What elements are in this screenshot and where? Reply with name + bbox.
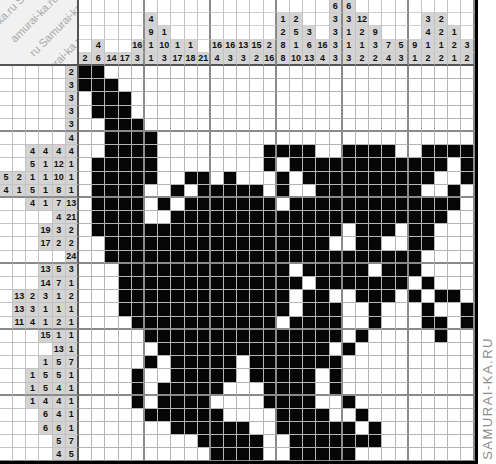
cell-filled[interactable]	[290, 277, 303, 290]
cell-filled[interactable]	[343, 448, 356, 461]
cell-empty[interactable]	[119, 422, 132, 435]
cell-filled[interactable]	[343, 264, 356, 277]
cell-filled[interactable]	[145, 277, 158, 290]
cell-filled[interactable]	[237, 211, 250, 224]
cell-empty[interactable]	[211, 158, 224, 171]
cell-empty[interactable]	[448, 409, 461, 422]
cell-empty[interactable]	[105, 264, 118, 277]
cell-empty[interactable]	[145, 396, 158, 409]
cell-filled[interactable]	[171, 290, 184, 303]
cell-filled[interactable]	[330, 224, 343, 237]
cell-filled[interactable]	[277, 303, 290, 316]
cell-filled[interactable]	[237, 185, 250, 198]
cell-empty[interactable]	[409, 106, 422, 119]
cell-filled[interactable]	[277, 343, 290, 356]
cell-filled[interactable]	[211, 277, 224, 290]
cell-filled[interactable]	[435, 158, 448, 171]
cell-empty[interactable]	[224, 409, 237, 422]
cell-empty[interactable]	[198, 92, 211, 105]
cell-empty[interactable]	[158, 448, 171, 461]
cell-empty[interactable]	[224, 158, 237, 171]
cell-filled[interactable]	[316, 317, 329, 330]
cell-empty[interactable]	[330, 119, 343, 132]
cell-empty[interactable]	[409, 132, 422, 145]
cell-filled[interactable]	[277, 211, 290, 224]
cell-filled[interactable]	[171, 264, 184, 277]
cell-filled[interactable]	[132, 303, 145, 316]
cell-filled[interactable]	[396, 185, 409, 198]
cell-filled[interactable]	[303, 356, 316, 369]
cell-filled[interactable]	[92, 92, 105, 105]
cell-filled[interactable]	[290, 251, 303, 264]
cell-empty[interactable]	[79, 330, 92, 343]
cell-empty[interactable]	[448, 132, 461, 145]
cell-empty[interactable]	[79, 422, 92, 435]
cell-empty[interactable]	[119, 330, 132, 343]
cell-empty[interactable]	[264, 92, 277, 105]
cell-empty[interactable]	[250, 172, 263, 185]
cell-filled[interactable]	[448, 145, 461, 158]
cell-filled[interactable]	[316, 198, 329, 211]
cell-empty[interactable]	[119, 79, 132, 92]
cell-filled[interactable]	[369, 317, 382, 330]
cell-filled[interactable]	[211, 422, 224, 435]
cell-filled[interactable]	[330, 277, 343, 290]
cell-filled[interactable]	[237, 448, 250, 461]
cell-empty[interactable]	[224, 92, 237, 105]
cell-empty[interactable]	[158, 158, 171, 171]
cell-filled[interactable]	[435, 330, 448, 343]
cell-filled[interactable]	[422, 172, 435, 185]
cell-filled[interactable]	[461, 172, 474, 185]
cell-filled[interactable]	[303, 211, 316, 224]
cell-filled[interactable]	[316, 343, 329, 356]
cell-filled[interactable]	[119, 132, 132, 145]
cell-empty[interactable]	[382, 356, 395, 369]
cell-filled[interactable]	[343, 396, 356, 409]
cell-empty[interactable]	[79, 172, 92, 185]
cell-filled[interactable]	[105, 185, 118, 198]
cell-filled[interactable]	[330, 303, 343, 316]
cell-empty[interactable]	[105, 290, 118, 303]
cell-empty[interactable]	[448, 422, 461, 435]
cell-empty[interactable]	[435, 251, 448, 264]
cell-empty[interactable]	[290, 132, 303, 145]
cell-empty[interactable]	[105, 303, 118, 316]
cell-filled[interactable]	[369, 185, 382, 198]
cell-empty[interactable]	[396, 422, 409, 435]
cell-empty[interactable]	[303, 277, 316, 290]
cell-filled[interactable]	[211, 185, 224, 198]
cell-filled[interactable]	[343, 211, 356, 224]
cell-filled[interactable]	[461, 145, 474, 158]
cell-empty[interactable]	[250, 79, 263, 92]
cell-filled[interactable]	[119, 92, 132, 105]
cell-empty[interactable]	[461, 356, 474, 369]
cell-filled[interactable]	[316, 251, 329, 264]
cell-filled[interactable]	[330, 448, 343, 461]
cell-filled[interactable]	[171, 185, 184, 198]
cell-empty[interactable]	[79, 448, 92, 461]
cell-filled[interactable]	[264, 317, 277, 330]
cell-filled[interactable]	[158, 264, 171, 277]
cell-empty[interactable]	[396, 132, 409, 145]
cell-empty[interactable]	[396, 79, 409, 92]
cell-empty[interactable]	[158, 435, 171, 448]
cell-filled[interactable]	[119, 119, 132, 132]
cell-empty[interactable]	[211, 119, 224, 132]
cell-filled[interactable]	[303, 172, 316, 185]
cell-filled[interactable]	[105, 119, 118, 132]
cell-empty[interactable]	[343, 106, 356, 119]
cell-filled[interactable]	[171, 422, 184, 435]
cell-empty[interactable]	[92, 330, 105, 343]
cell-empty[interactable]	[105, 396, 118, 409]
cell-empty[interactable]	[396, 303, 409, 316]
cell-filled[interactable]	[330, 356, 343, 369]
cell-empty[interactable]	[303, 132, 316, 145]
cell-filled[interactable]	[132, 264, 145, 277]
cell-filled[interactable]	[250, 198, 263, 211]
cell-empty[interactable]	[356, 106, 369, 119]
cell-empty[interactable]	[422, 356, 435, 369]
cell-filled[interactable]	[132, 383, 145, 396]
cell-filled[interactable]	[330, 317, 343, 330]
cell-filled[interactable]	[461, 158, 474, 171]
cell-filled[interactable]	[356, 264, 369, 277]
cell-filled[interactable]	[316, 290, 329, 303]
cell-filled[interactable]	[185, 356, 198, 369]
cell-filled[interactable]	[224, 343, 237, 356]
cell-empty[interactable]	[382, 132, 395, 145]
cell-filled[interactable]	[382, 158, 395, 171]
cell-empty[interactable]	[158, 369, 171, 382]
cell-filled[interactable]	[316, 158, 329, 171]
cell-empty[interactable]	[409, 383, 422, 396]
cell-filled[interactable]	[369, 211, 382, 224]
cell-empty[interactable]	[422, 409, 435, 422]
cell-empty[interactable]	[92, 277, 105, 290]
cell-empty[interactable]	[382, 383, 395, 396]
cell-filled[interactable]	[250, 185, 263, 198]
cell-empty[interactable]	[92, 145, 105, 158]
cell-filled[interactable]	[224, 290, 237, 303]
cell-filled[interactable]	[158, 396, 171, 409]
cell-empty[interactable]	[343, 66, 356, 79]
cell-filled[interactable]	[422, 211, 435, 224]
cell-empty[interactable]	[132, 356, 145, 369]
cell-empty[interactable]	[145, 66, 158, 79]
cell-filled[interactable]	[119, 185, 132, 198]
cell-empty[interactable]	[132, 343, 145, 356]
cell-empty[interactable]	[369, 409, 382, 422]
cell-filled[interactable]	[145, 330, 158, 343]
cell-empty[interactable]	[422, 343, 435, 356]
cell-empty[interactable]	[303, 119, 316, 132]
cell-empty[interactable]	[382, 237, 395, 250]
cell-filled[interactable]	[198, 224, 211, 237]
cell-filled[interactable]	[396, 172, 409, 185]
cell-empty[interactable]	[277, 92, 290, 105]
cell-filled[interactable]	[422, 317, 435, 330]
cell-empty[interactable]	[158, 211, 171, 224]
cell-empty[interactable]	[237, 158, 250, 171]
cell-empty[interactable]	[290, 185, 303, 198]
cell-empty[interactable]	[435, 422, 448, 435]
cell-filled[interactable]	[185, 290, 198, 303]
cell-empty[interactable]	[171, 158, 184, 171]
cell-empty[interactable]	[422, 79, 435, 92]
cell-filled[interactable]	[290, 330, 303, 343]
cell-filled[interactable]	[171, 383, 184, 396]
cell-empty[interactable]	[79, 251, 92, 264]
cell-filled[interactable]	[211, 290, 224, 303]
cell-filled[interactable]	[316, 185, 329, 198]
cell-empty[interactable]	[145, 211, 158, 224]
cell-filled[interactable]	[185, 343, 198, 356]
cell-filled[interactable]	[316, 224, 329, 237]
cell-filled[interactable]	[158, 237, 171, 250]
cell-filled[interactable]	[382, 198, 395, 211]
cell-filled[interactable]	[92, 224, 105, 237]
cell-filled[interactable]	[92, 66, 105, 79]
cell-filled[interactable]	[303, 145, 316, 158]
cell-filled[interactable]	[211, 409, 224, 422]
cell-filled[interactable]	[277, 237, 290, 250]
cell-empty[interactable]	[79, 396, 92, 409]
cell-empty[interactable]	[92, 303, 105, 316]
cell-empty[interactable]	[448, 383, 461, 396]
cell-filled[interactable]	[250, 251, 263, 264]
cell-empty[interactable]	[171, 145, 184, 158]
cell-empty[interactable]	[448, 303, 461, 316]
cell-empty[interactable]	[422, 396, 435, 409]
cell-filled[interactable]	[79, 79, 92, 92]
cell-filled[interactable]	[264, 198, 277, 211]
cell-empty[interactable]	[316, 132, 329, 145]
cell-filled[interactable]	[264, 369, 277, 382]
cell-empty[interactable]	[171, 106, 184, 119]
cell-filled[interactable]	[119, 145, 132, 158]
cell-empty[interactable]	[448, 330, 461, 343]
cell-empty[interactable]	[435, 435, 448, 448]
cell-empty[interactable]	[461, 290, 474, 303]
cell-filled[interactable]	[105, 237, 118, 250]
cell-empty[interactable]	[461, 132, 474, 145]
cell-filled[interactable]	[211, 251, 224, 264]
cell-filled[interactable]	[250, 356, 263, 369]
cell-empty[interactable]	[277, 79, 290, 92]
cell-empty[interactable]	[448, 92, 461, 105]
cell-empty[interactable]	[448, 251, 461, 264]
cell-filled[interactable]	[185, 409, 198, 422]
cell-filled[interactable]	[132, 119, 145, 132]
cell-empty[interactable]	[356, 356, 369, 369]
cell-filled[interactable]	[198, 264, 211, 277]
cell-empty[interactable]	[290, 303, 303, 316]
cell-empty[interactable]	[119, 66, 132, 79]
cell-empty[interactable]	[105, 356, 118, 369]
cell-empty[interactable]	[79, 343, 92, 356]
cell-empty[interactable]	[237, 409, 250, 422]
cell-empty[interactable]	[461, 277, 474, 290]
cell-empty[interactable]	[198, 448, 211, 461]
cell-empty[interactable]	[435, 172, 448, 185]
cell-empty[interactable]	[343, 383, 356, 396]
cell-empty[interactable]	[92, 237, 105, 250]
cell-filled[interactable]	[382, 251, 395, 264]
cell-filled[interactable]	[422, 277, 435, 290]
cell-filled[interactable]	[277, 290, 290, 303]
cell-filled[interactable]	[264, 396, 277, 409]
cell-filled[interactable]	[211, 369, 224, 382]
cell-filled[interactable]	[92, 198, 105, 211]
cell-empty[interactable]	[448, 211, 461, 224]
cell-filled[interactable]	[303, 422, 316, 435]
cell-filled[interactable]	[369, 237, 382, 250]
cell-filled[interactable]	[250, 317, 263, 330]
cell-empty[interactable]	[369, 79, 382, 92]
cell-filled[interactable]	[290, 198, 303, 211]
cell-filled[interactable]	[105, 145, 118, 158]
cell-empty[interactable]	[158, 106, 171, 119]
cell-filled[interactable]	[105, 106, 118, 119]
cell-filled[interactable]	[382, 264, 395, 277]
cell-empty[interactable]	[171, 198, 184, 211]
cell-filled[interactable]	[382, 224, 395, 237]
cell-empty[interactable]	[264, 448, 277, 461]
cell-filled[interactable]	[224, 251, 237, 264]
cell-filled[interactable]	[145, 251, 158, 264]
cell-empty[interactable]	[356, 369, 369, 382]
cell-filled[interactable]	[303, 396, 316, 409]
cell-filled[interactable]	[211, 343, 224, 356]
cell-empty[interactable]	[448, 396, 461, 409]
cell-empty[interactable]	[250, 158, 263, 171]
cell-filled[interactable]	[237, 264, 250, 277]
cell-filled[interactable]	[250, 435, 263, 448]
cell-empty[interactable]	[198, 106, 211, 119]
cell-filled[interactable]	[382, 172, 395, 185]
cell-empty[interactable]	[303, 106, 316, 119]
cell-empty[interactable]	[132, 79, 145, 92]
cell-filled[interactable]	[158, 198, 171, 211]
cell-filled[interactable]	[250, 224, 263, 237]
cell-empty[interactable]	[448, 356, 461, 369]
cell-empty[interactable]	[132, 435, 145, 448]
cell-empty[interactable]	[316, 119, 329, 132]
cell-empty[interactable]	[264, 422, 277, 435]
cell-empty[interactable]	[369, 92, 382, 105]
cell-empty[interactable]	[356, 343, 369, 356]
cell-empty[interactable]	[356, 383, 369, 396]
cell-filled[interactable]	[119, 264, 132, 277]
cell-filled[interactable]	[119, 237, 132, 250]
cell-filled[interactable]	[224, 422, 237, 435]
cell-empty[interactable]	[250, 66, 263, 79]
cell-empty[interactable]	[330, 237, 343, 250]
cell-empty[interactable]	[382, 343, 395, 356]
cell-filled[interactable]	[330, 422, 343, 435]
cell-filled[interactable]	[171, 330, 184, 343]
cell-filled[interactable]	[369, 435, 382, 448]
cell-filled[interactable]	[211, 264, 224, 277]
cell-empty[interactable]	[277, 66, 290, 79]
cell-filled[interactable]	[224, 172, 237, 185]
cell-filled[interactable]	[264, 330, 277, 343]
cell-filled[interactable]	[185, 198, 198, 211]
cell-filled[interactable]	[409, 185, 422, 198]
cell-empty[interactable]	[290, 92, 303, 105]
cell-empty[interactable]	[356, 396, 369, 409]
cell-empty[interactable]	[92, 422, 105, 435]
cell-filled[interactable]	[316, 409, 329, 422]
cell-filled[interactable]	[237, 422, 250, 435]
cell-filled[interactable]	[158, 317, 171, 330]
cell-filled[interactable]	[92, 172, 105, 185]
cell-filled[interactable]	[158, 290, 171, 303]
cell-empty[interactable]	[92, 369, 105, 382]
cell-empty[interactable]	[343, 369, 356, 382]
cell-filled[interactable]	[250, 211, 263, 224]
cell-empty[interactable]	[316, 79, 329, 92]
cell-empty[interactable]	[92, 290, 105, 303]
cell-filled[interactable]	[303, 317, 316, 330]
cell-empty[interactable]	[369, 119, 382, 132]
cell-empty[interactable]	[435, 277, 448, 290]
cell-empty[interactable]	[290, 106, 303, 119]
cell-filled[interactable]	[237, 303, 250, 316]
cell-empty[interactable]	[250, 92, 263, 105]
cell-filled[interactable]	[316, 211, 329, 224]
cell-filled[interactable]	[237, 317, 250, 330]
cell-filled[interactable]	[250, 330, 263, 343]
cell-filled[interactable]	[198, 172, 211, 185]
cell-filled[interactable]	[211, 448, 224, 461]
cell-empty[interactable]	[435, 79, 448, 92]
cell-filled[interactable]	[277, 330, 290, 343]
cell-empty[interactable]	[224, 396, 237, 409]
cell-filled[interactable]	[92, 211, 105, 224]
cell-empty[interactable]	[422, 330, 435, 343]
cell-filled[interactable]	[435, 211, 448, 224]
cell-empty[interactable]	[105, 330, 118, 343]
cell-filled[interactable]	[409, 237, 422, 250]
cell-empty[interactable]	[369, 106, 382, 119]
cell-empty[interactable]	[79, 145, 92, 158]
cell-empty[interactable]	[211, 145, 224, 158]
cell-filled[interactable]	[435, 145, 448, 158]
cell-filled[interactable]	[198, 330, 211, 343]
cell-empty[interactable]	[461, 422, 474, 435]
cell-empty[interactable]	[105, 448, 118, 461]
cell-empty[interactable]	[461, 264, 474, 277]
cell-filled[interactable]	[264, 356, 277, 369]
cell-filled[interactable]	[158, 251, 171, 264]
cell-filled[interactable]	[185, 224, 198, 237]
cell-empty[interactable]	[330, 343, 343, 356]
cell-empty[interactable]	[185, 448, 198, 461]
cell-empty[interactable]	[224, 66, 237, 79]
cell-filled[interactable]	[237, 435, 250, 448]
cell-filled[interactable]	[356, 185, 369, 198]
cell-empty[interactable]	[185, 66, 198, 79]
cell-empty[interactable]	[171, 92, 184, 105]
cell-filled[interactable]	[198, 303, 211, 316]
cell-empty[interactable]	[79, 277, 92, 290]
cell-filled[interactable]	[171, 343, 184, 356]
cell-filled[interactable]	[264, 237, 277, 250]
